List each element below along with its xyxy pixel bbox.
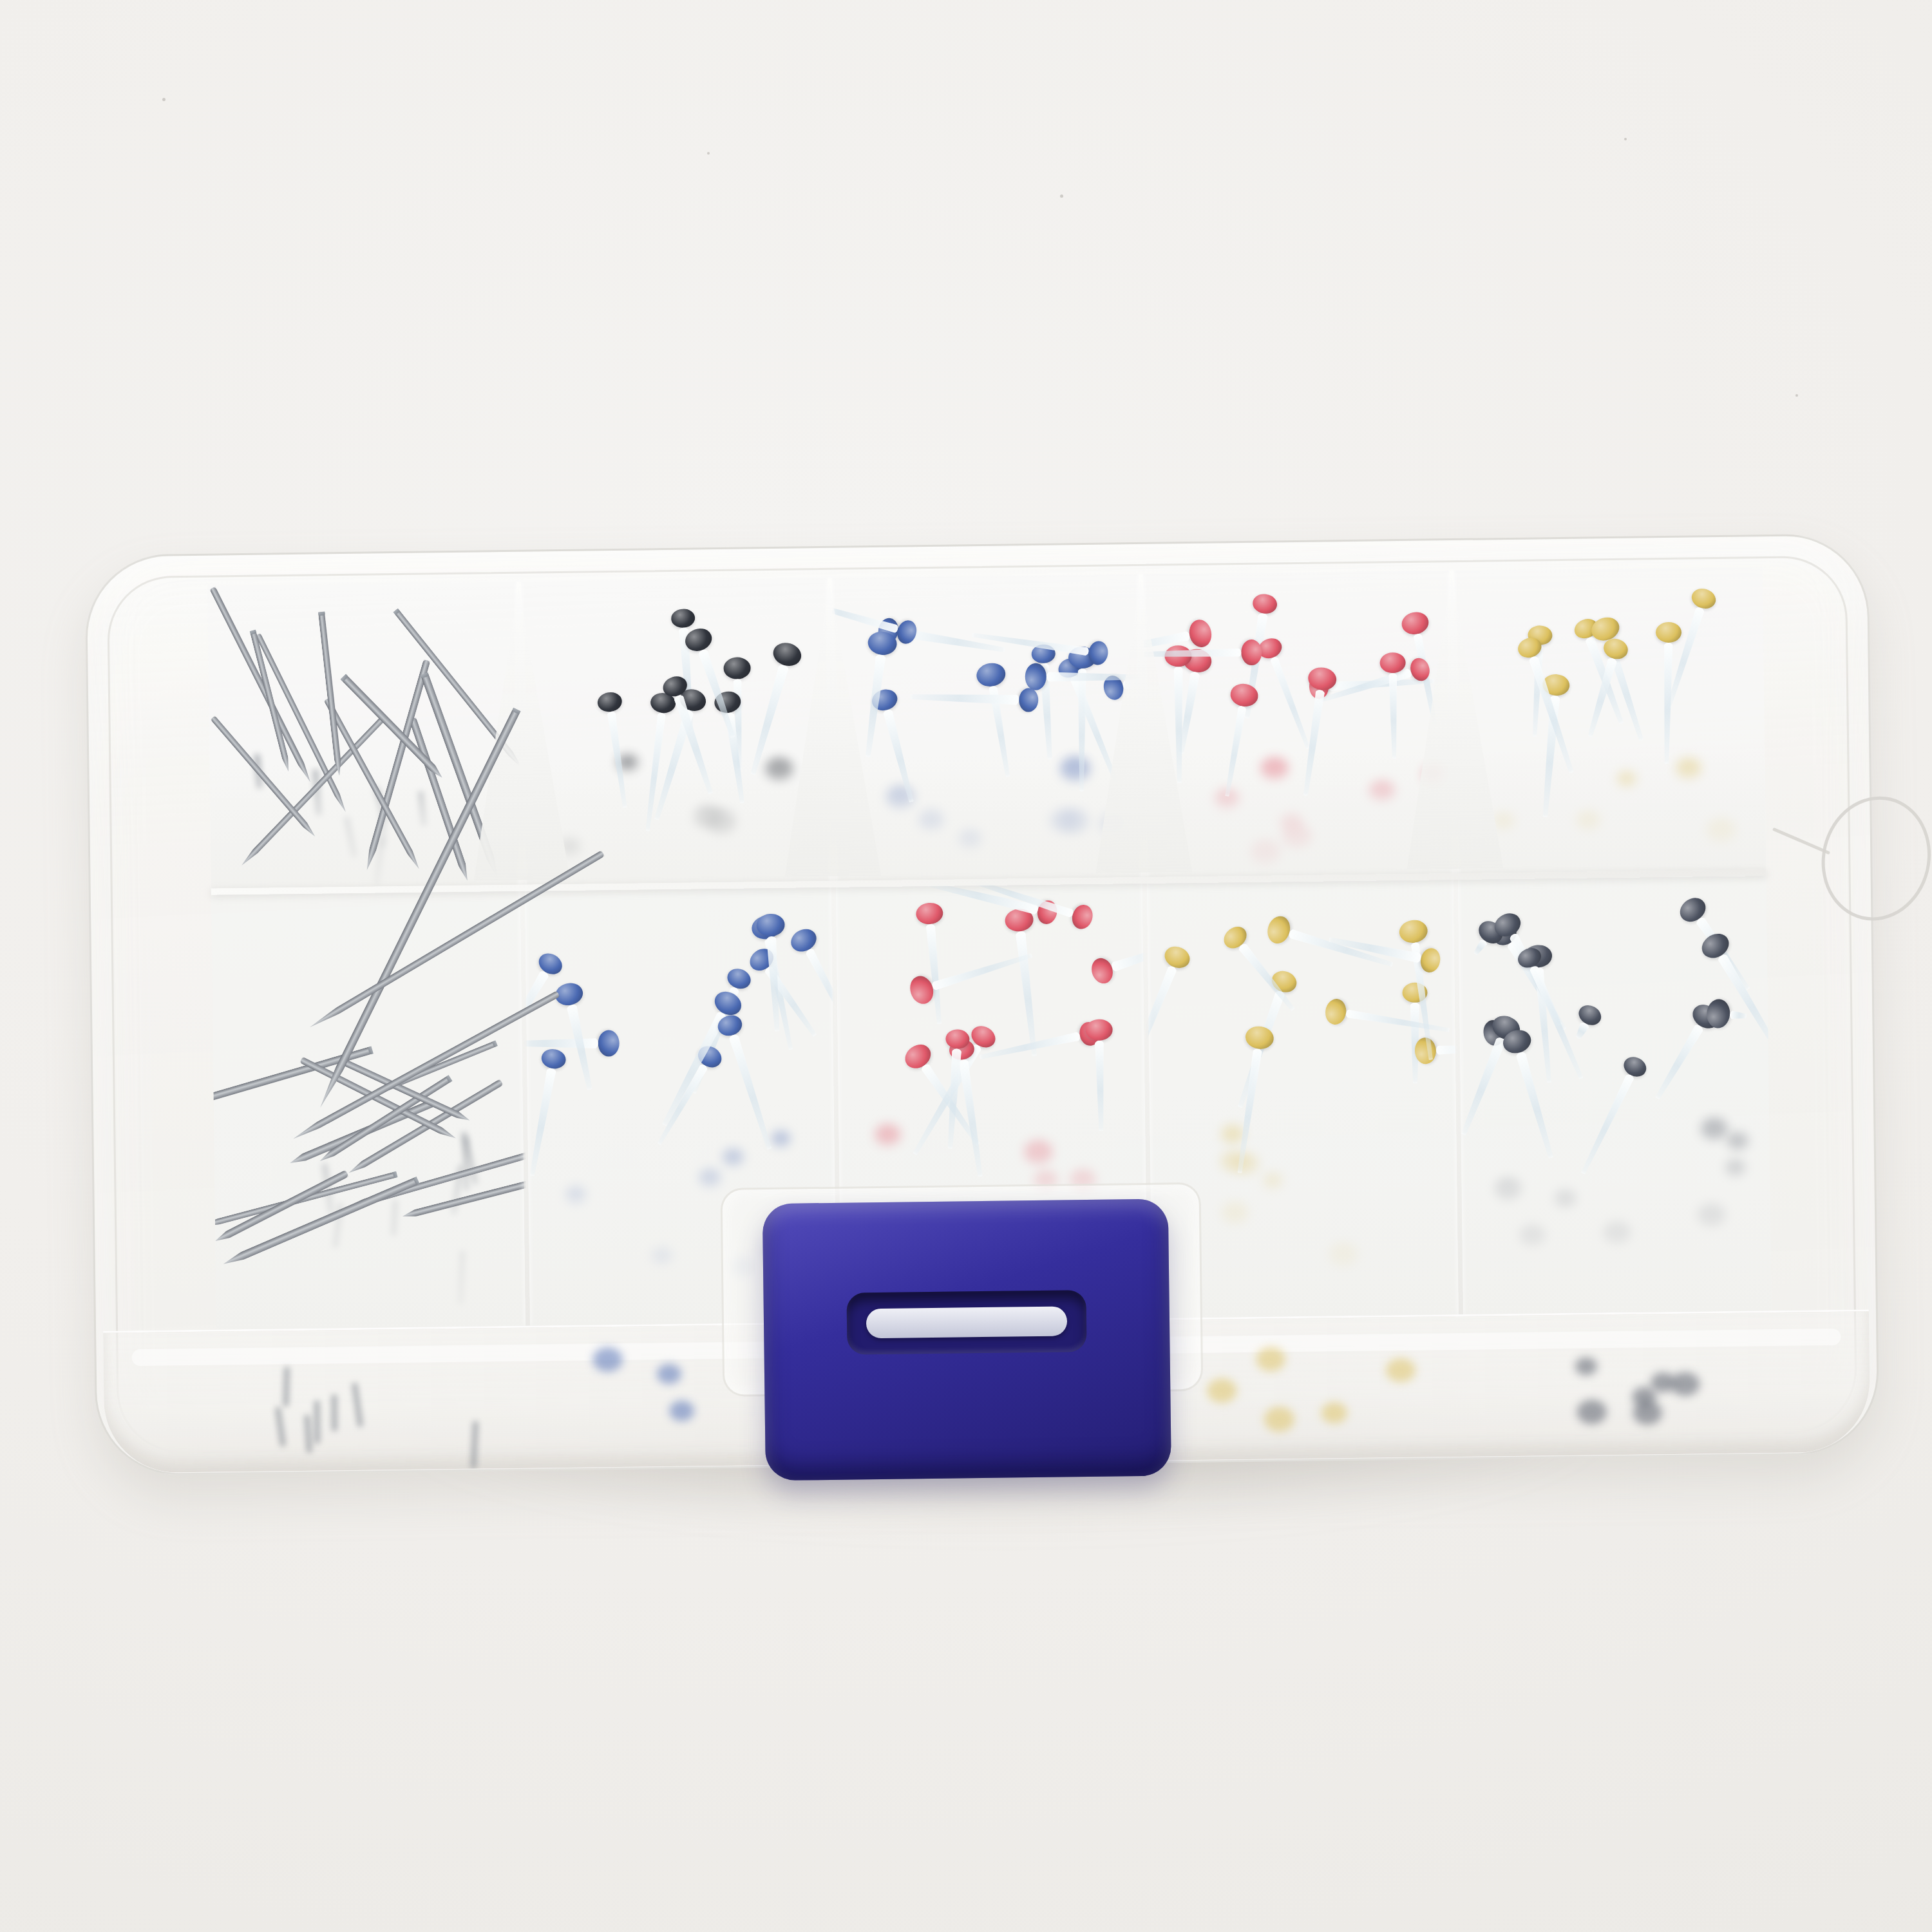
post-head bbox=[1398, 918, 1429, 945]
organizer-box bbox=[84, 533, 1879, 1476]
drill-through-wall bbox=[331, 1395, 337, 1432]
fiber-post bbox=[1141, 639, 1262, 668]
fiber-post bbox=[1085, 1019, 1114, 1132]
blurred-item-dot bbox=[1577, 1399, 1607, 1425]
post-head bbox=[756, 913, 786, 937]
post-shaft bbox=[1662, 643, 1674, 764]
blurred-item-dot bbox=[1256, 1347, 1285, 1372]
post-shaft bbox=[1094, 1041, 1106, 1132]
drill-pin-head bbox=[243, 619, 261, 636]
post-head bbox=[1251, 592, 1278, 615]
post-head bbox=[1087, 640, 1110, 667]
drill-through-wall bbox=[283, 1367, 290, 1406]
fiber-post bbox=[1088, 926, 1150, 987]
compartment-front-5 bbox=[1455, 873, 1772, 1314]
blurred-item-dot bbox=[1264, 1406, 1294, 1432]
post-head bbox=[1244, 1024, 1275, 1050]
drill-through-wall bbox=[275, 1406, 287, 1447]
post-head bbox=[915, 902, 943, 925]
steel-drill bbox=[250, 630, 292, 773]
post-head bbox=[1656, 621, 1682, 643]
steel-drill bbox=[209, 586, 313, 784]
compartment-back-5 bbox=[1452, 567, 1766, 876]
post-shaft bbox=[862, 654, 887, 758]
post-shaft bbox=[1144, 965, 1179, 1088]
latch-slot bbox=[846, 1290, 1086, 1355]
drill-through-wall bbox=[352, 1382, 364, 1427]
drill-through-wall bbox=[304, 1415, 312, 1454]
product-photo-scene bbox=[0, 0, 1932, 1932]
post-shaft bbox=[910, 691, 1019, 706]
post-head bbox=[1088, 955, 1116, 986]
post-shaft bbox=[1173, 667, 1184, 784]
blurred-item-dot bbox=[1207, 1378, 1237, 1403]
fiber-post bbox=[1379, 652, 1406, 759]
post-head bbox=[945, 1028, 971, 1049]
blurred-item-dot bbox=[1575, 1358, 1597, 1376]
compartment-back-4 bbox=[1141, 571, 1455, 880]
latch-slot-bar bbox=[866, 1306, 1068, 1338]
drill-pin-head bbox=[330, 664, 352, 685]
post-head bbox=[787, 925, 820, 956]
drill-pin-head bbox=[383, 597, 403, 618]
post-head bbox=[1620, 1053, 1649, 1080]
post-head bbox=[724, 965, 753, 992]
drill-pin-head bbox=[312, 600, 329, 616]
post-head bbox=[1601, 636, 1630, 661]
post-head bbox=[1069, 902, 1095, 932]
post-head bbox=[1689, 586, 1718, 612]
post-head bbox=[1324, 998, 1349, 1027]
blurred-item-dot bbox=[1651, 1372, 1675, 1392]
post-head bbox=[1025, 663, 1046, 690]
post-shaft bbox=[1141, 647, 1242, 659]
blurred-item-dot bbox=[1632, 1387, 1656, 1406]
post-head bbox=[1241, 639, 1262, 665]
post-head bbox=[540, 1047, 567, 1071]
drill-through-wall bbox=[471, 1421, 478, 1470]
post-head bbox=[1085, 1019, 1112, 1041]
post-head bbox=[1379, 652, 1405, 673]
fiber-post bbox=[1144, 943, 1193, 1090]
drill-pin-head bbox=[443, 1066, 463, 1086]
blurred-item-dot bbox=[1386, 1358, 1416, 1382]
compartment-back-3 bbox=[829, 574, 1144, 884]
fiber-post bbox=[915, 902, 952, 1025]
blurred-item-dot bbox=[592, 1347, 623, 1372]
post-shaft bbox=[565, 1003, 596, 1091]
post-head bbox=[1706, 998, 1732, 1029]
post-head bbox=[1419, 947, 1443, 974]
background-speck bbox=[707, 152, 710, 155]
compartment-back-2 bbox=[518, 578, 833, 888]
fiber-post bbox=[1654, 621, 1682, 764]
post-shaft bbox=[829, 595, 899, 634]
post-head bbox=[1229, 681, 1260, 708]
drill-through-wall bbox=[314, 1401, 321, 1444]
post-head bbox=[553, 981, 585, 1008]
background-speck bbox=[1624, 138, 1627, 140]
post-shaft bbox=[945, 1048, 963, 1149]
fiber-post bbox=[910, 685, 1039, 712]
post-head bbox=[723, 657, 751, 679]
post-head bbox=[770, 640, 804, 670]
background-speck bbox=[1060, 194, 1063, 198]
drill-pin-head bbox=[490, 1032, 509, 1052]
latch bbox=[762, 1198, 1171, 1481]
blurred-item-dot bbox=[670, 1401, 695, 1421]
steel-drill bbox=[211, 1046, 374, 1109]
post-head bbox=[1400, 610, 1431, 636]
post-head bbox=[596, 690, 623, 713]
steel-drill bbox=[317, 611, 342, 776]
post-head bbox=[670, 608, 695, 629]
background-speck bbox=[1795, 394, 1798, 397]
post-shaft bbox=[1222, 705, 1247, 797]
compartment-back-1 bbox=[207, 582, 522, 892]
post-head bbox=[598, 1030, 620, 1056]
compartment-front-1 bbox=[211, 888, 527, 1330]
blurred-item-dot bbox=[656, 1364, 681, 1385]
blurred-item-dot bbox=[1321, 1402, 1347, 1423]
post-head bbox=[975, 661, 1007, 688]
fiber-post bbox=[756, 913, 791, 1032]
post-head bbox=[1161, 943, 1193, 972]
background-speck bbox=[162, 98, 166, 101]
post-shaft bbox=[766, 936, 783, 1032]
post-head bbox=[1019, 688, 1039, 712]
drill-pin-head bbox=[366, 1039, 384, 1058]
post-head bbox=[1264, 913, 1293, 946]
post-shaft bbox=[1388, 673, 1399, 759]
